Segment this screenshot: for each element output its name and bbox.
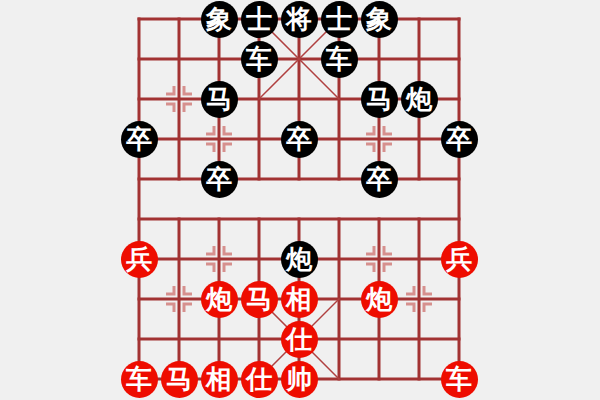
piece-black-elephant[interactable]: 象 (201, 1, 238, 38)
piece-red-advisor[interactable]: 仕 (241, 361, 278, 398)
piece-black-chariot[interactable]: 车 (241, 41, 278, 78)
point-marker (184, 86, 192, 94)
point-marker (206, 246, 214, 254)
piece-black-horse[interactable]: 马 (361, 81, 398, 118)
point-marker (166, 304, 174, 312)
piece-black-soldier[interactable]: 卒 (281, 121, 318, 158)
piece-black-cannon[interactable]: 炮 (281, 241, 318, 278)
point-marker (224, 246, 232, 254)
point-marker (406, 304, 414, 312)
piece-black-general[interactable]: 将 (281, 1, 318, 38)
point-marker (424, 286, 432, 294)
piece-black-soldier[interactable]: 卒 (361, 161, 398, 198)
xiangqi-board-area: 象士将士象车车马马炮卒卒卒卒卒兵炮兵炮马相炮仕车马相仕帅车 (0, 0, 600, 400)
piece-black-cannon[interactable]: 炮 (401, 81, 438, 118)
piece-black-horse[interactable]: 马 (201, 81, 238, 118)
piece-red-cannon[interactable]: 炮 (201, 281, 238, 318)
point-marker (224, 144, 232, 152)
point-marker (366, 246, 374, 254)
piece-red-advisor[interactable]: 仕 (281, 321, 318, 358)
point-marker (166, 104, 174, 112)
point-marker (184, 304, 192, 312)
point-marker (424, 304, 432, 312)
piece-red-soldier[interactable]: 兵 (121, 241, 158, 278)
point-marker (366, 126, 374, 134)
point-marker (224, 126, 232, 134)
piece-black-advisor[interactable]: 士 (241, 1, 278, 38)
point-marker (166, 86, 174, 94)
piece-black-elephant[interactable]: 象 (361, 1, 398, 38)
point-marker (206, 264, 214, 272)
point-marker (384, 144, 392, 152)
point-marker (384, 246, 392, 254)
piece-black-chariot[interactable]: 车 (321, 41, 358, 78)
point-marker (384, 126, 392, 134)
piece-black-soldier[interactable]: 卒 (121, 121, 158, 158)
point-marker (206, 126, 214, 134)
point-marker (166, 286, 174, 294)
point-marker (384, 264, 392, 272)
point-marker (184, 104, 192, 112)
piece-red-chariot[interactable]: 车 (441, 361, 478, 398)
piece-black-soldier[interactable]: 卒 (441, 121, 478, 158)
point-marker (366, 144, 374, 152)
piece-red-horse[interactable]: 马 (161, 361, 198, 398)
piece-red-cannon[interactable]: 炮 (361, 281, 398, 318)
piece-red-chariot[interactable]: 车 (121, 361, 158, 398)
piece-red-horse[interactable]: 马 (241, 281, 278, 318)
piece-red-general[interactable]: 帅 (281, 361, 318, 398)
point-marker (406, 286, 414, 294)
point-marker (184, 286, 192, 294)
point-marker (224, 264, 232, 272)
point-marker (366, 264, 374, 272)
point-marker (206, 144, 214, 152)
piece-black-advisor[interactable]: 士 (321, 1, 358, 38)
piece-red-soldier[interactable]: 兵 (441, 241, 478, 278)
piece-black-soldier[interactable]: 卒 (201, 161, 238, 198)
piece-red-elephant[interactable]: 相 (281, 281, 318, 318)
piece-red-elephant[interactable]: 相 (201, 361, 238, 398)
